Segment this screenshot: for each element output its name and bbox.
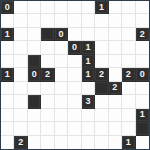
clue-cell-r10c1: 2 bbox=[14, 136, 27, 149]
cell-r9c2[interactable] bbox=[28, 122, 41, 135]
cell-r3c2[interactable] bbox=[28, 41, 41, 54]
cell-r0c3[interactable] bbox=[41, 1, 54, 14]
cell-r7c9[interactable] bbox=[122, 95, 135, 108]
cell-r2c5[interactable] bbox=[68, 28, 81, 41]
cell-r6c0[interactable] bbox=[1, 82, 14, 95]
cell-r4c4[interactable] bbox=[55, 55, 68, 68]
cell-r1c2[interactable] bbox=[28, 14, 41, 27]
cell-r1c7[interactable] bbox=[95, 14, 108, 27]
clue-cell-r0c0: 0 bbox=[1, 1, 14, 14]
cell-r8c5[interactable] bbox=[68, 109, 81, 122]
cell-r4c1[interactable] bbox=[14, 55, 27, 68]
clue-cell-r7c6: 3 bbox=[82, 95, 95, 108]
cell-r6c7 bbox=[95, 82, 108, 95]
clue-cell-r8c10: 1 bbox=[136, 109, 149, 122]
cell-r7c4[interactable] bbox=[55, 95, 68, 108]
cell-r9c8[interactable] bbox=[109, 122, 122, 135]
cell-r4c3[interactable] bbox=[41, 55, 54, 68]
cell-r8c9[interactable] bbox=[122, 109, 135, 122]
clue-cell-r2c4: 0 bbox=[55, 28, 68, 41]
cell-r2c2[interactable] bbox=[28, 28, 41, 41]
cell-r0c8[interactable] bbox=[109, 1, 122, 14]
cell-r6c2[interactable] bbox=[28, 82, 41, 95]
cell-r10c3[interactable] bbox=[41, 136, 54, 149]
cell-r0c5[interactable] bbox=[68, 1, 81, 14]
cell-r7c3[interactable] bbox=[41, 95, 54, 108]
cell-r10c8[interactable] bbox=[109, 136, 122, 149]
cell-r10c5[interactable] bbox=[68, 136, 81, 149]
cell-r9c10 bbox=[136, 122, 149, 135]
cell-r6c5[interactable] bbox=[68, 82, 81, 95]
cell-r2c6[interactable] bbox=[82, 28, 95, 41]
clue-cell-r2c0: 1 bbox=[1, 28, 14, 41]
cell-r8c0[interactable] bbox=[1, 109, 14, 122]
cell-r1c6[interactable] bbox=[82, 14, 95, 27]
clue-cell-r5c2: 0 bbox=[28, 68, 41, 81]
cell-r2c9[interactable] bbox=[122, 28, 135, 41]
cell-r6c6[interactable] bbox=[82, 82, 95, 95]
cell-r1c10[interactable] bbox=[136, 14, 149, 27]
cell-r9c3[interactable] bbox=[41, 122, 54, 135]
clue-cell-r3c6: 1 bbox=[82, 41, 95, 54]
clue-cell-r5c9: 2 bbox=[122, 68, 135, 81]
cell-r10c7[interactable] bbox=[95, 136, 108, 149]
clue-cell-r2c10: 2 bbox=[136, 28, 149, 41]
cell-r9c1[interactable] bbox=[14, 122, 27, 135]
cell-r7c10[interactable] bbox=[136, 95, 149, 108]
cell-r1c9[interactable] bbox=[122, 14, 135, 27]
cell-r1c4[interactable] bbox=[55, 14, 68, 27]
cell-r10c4[interactable] bbox=[55, 136, 68, 149]
cell-r6c9[interactable] bbox=[122, 82, 135, 95]
cell-r3c1[interactable] bbox=[14, 41, 27, 54]
cell-r4c7[interactable] bbox=[95, 55, 108, 68]
cell-r9c5[interactable] bbox=[68, 122, 81, 135]
cell-r7c2 bbox=[28, 95, 41, 108]
cell-r3c7[interactable] bbox=[95, 41, 108, 54]
clue-cell-r5c0: 1 bbox=[1, 68, 14, 81]
cell-r3c0[interactable] bbox=[1, 41, 14, 54]
cell-r1c0[interactable] bbox=[1, 14, 14, 27]
cell-r8c3[interactable] bbox=[41, 109, 54, 122]
cell-r8c8[interactable] bbox=[109, 109, 122, 122]
cell-r2c3 bbox=[41, 28, 54, 41]
cell-r4c5[interactable] bbox=[68, 55, 81, 68]
cell-r8c2[interactable] bbox=[28, 109, 41, 122]
cell-r8c1[interactable] bbox=[14, 109, 27, 122]
cell-r3c9[interactable] bbox=[122, 41, 135, 54]
cell-r10c0[interactable] bbox=[1, 136, 14, 149]
akari-board: 01102011102122023121 bbox=[0, 0, 150, 150]
clue-cell-r10c9: 1 bbox=[122, 136, 135, 149]
cell-r9c7[interactable] bbox=[95, 122, 108, 135]
cell-r0c1[interactable] bbox=[14, 1, 27, 14]
cell-r2c1[interactable] bbox=[14, 28, 27, 41]
cell-r3c8[interactable] bbox=[109, 41, 122, 54]
cell-r7c7[interactable] bbox=[95, 95, 108, 108]
clue-cell-r5c6: 1 bbox=[82, 68, 95, 81]
cell-r8c7[interactable] bbox=[95, 109, 108, 122]
cell-r10c10[interactable] bbox=[136, 136, 149, 149]
cell-r6c4[interactable] bbox=[55, 82, 68, 95]
cell-r8c6[interactable] bbox=[82, 109, 95, 122]
cell-r6c1[interactable] bbox=[14, 82, 27, 95]
cell-r0c4[interactable] bbox=[55, 1, 68, 14]
clue-cell-r6c8: 2 bbox=[109, 82, 122, 95]
cell-r5c5[interactable] bbox=[68, 68, 81, 81]
cell-r10c6[interactable] bbox=[82, 136, 95, 149]
cell-r1c3[interactable] bbox=[41, 14, 54, 27]
cell-r9c6[interactable] bbox=[82, 122, 95, 135]
cell-r6c10[interactable] bbox=[136, 82, 149, 95]
cell-r4c0[interactable] bbox=[1, 55, 14, 68]
cell-r0c6[interactable] bbox=[82, 1, 95, 14]
cell-r9c4[interactable] bbox=[55, 122, 68, 135]
cell-r10c2[interactable] bbox=[28, 136, 41, 149]
cell-r5c4[interactable] bbox=[55, 68, 68, 81]
cell-r3c4[interactable] bbox=[55, 41, 68, 54]
cell-r2c8[interactable] bbox=[109, 28, 122, 41]
clue-cell-r3c5: 0 bbox=[68, 41, 81, 54]
clue-cell-r5c10: 0 bbox=[136, 68, 149, 81]
cell-r7c8[interactable] bbox=[109, 95, 122, 108]
clue-cell-r0c7: 1 bbox=[95, 1, 108, 14]
cell-r4c10[interactable] bbox=[136, 55, 149, 68]
clue-cell-r5c7: 2 bbox=[95, 68, 108, 81]
cell-r7c0[interactable] bbox=[1, 95, 14, 108]
cell-r7c1[interactable] bbox=[14, 95, 27, 108]
cell-r5c8[interactable] bbox=[109, 68, 122, 81]
cell-r5c1[interactable] bbox=[14, 68, 27, 81]
cell-r7c5[interactable] bbox=[68, 95, 81, 108]
cell-r3c10[interactable] bbox=[136, 41, 149, 54]
cell-r4c2 bbox=[28, 55, 41, 68]
cell-r0c10[interactable] bbox=[136, 1, 149, 14]
cell-r4c8[interactable] bbox=[109, 55, 122, 68]
cell-r6c3[interactable] bbox=[41, 82, 54, 95]
clue-cell-r4c6: 1 bbox=[82, 55, 95, 68]
cell-r1c8[interactable] bbox=[109, 14, 122, 27]
cell-r9c9[interactable] bbox=[122, 122, 135, 135]
cell-r0c2[interactable] bbox=[28, 1, 41, 14]
cell-r0c9[interactable] bbox=[122, 1, 135, 14]
cell-r4c9[interactable] bbox=[122, 55, 135, 68]
cell-r3c3[interactable] bbox=[41, 41, 54, 54]
cell-r9c0[interactable] bbox=[1, 122, 14, 135]
cell-r1c5[interactable] bbox=[68, 14, 81, 27]
cell-r2c7[interactable] bbox=[95, 28, 108, 41]
clue-cell-r5c3: 2 bbox=[41, 68, 54, 81]
cell-r1c1[interactable] bbox=[14, 14, 27, 27]
cell-r8c4[interactable] bbox=[55, 109, 68, 122]
